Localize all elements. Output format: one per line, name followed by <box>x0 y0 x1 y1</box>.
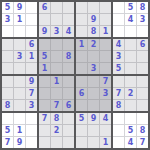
cell-r9c12[interactable] <box>137 100 148 111</box>
box-r4c4: 5847 <box>113 113 148 148</box>
cell-r12c10[interactable] <box>113 137 124 148</box>
cell-r3c7[interactable] <box>76 26 87 37</box>
cell-r5c1[interactable] <box>2 51 13 62</box>
cell-r2c5[interactable] <box>51 14 62 25</box>
cell-r1c12[interactable]: 8 <box>137 2 148 13</box>
cell-r2c1[interactable]: 3 <box>2 14 13 25</box>
box-r1c3: 981 <box>76 2 111 37</box>
cell-r6c7[interactable] <box>76 63 87 74</box>
cell-r1c3[interactable] <box>26 2 37 13</box>
cell-r11c5[interactable]: 2 <box>51 125 62 136</box>
cell-r8c3[interactable]: 7 <box>26 88 37 99</box>
cell-r1c11[interactable]: 5 <box>125 2 136 13</box>
cell-r12c8[interactable] <box>88 137 99 148</box>
cell-r10c9[interactable]: 4 <box>100 113 111 124</box>
cell-r7c9[interactable]: 7 <box>100 76 111 87</box>
cell-r8c6[interactable] <box>63 88 74 99</box>
cell-r9c9[interactable] <box>100 100 111 111</box>
cell-r8c2[interactable] <box>14 88 25 99</box>
cell-r3c6[interactable]: 4 <box>63 26 74 37</box>
cell-r11c9[interactable] <box>100 125 111 136</box>
cell-r10c7[interactable]: 5 <box>76 113 87 124</box>
cell-r4c5[interactable] <box>51 39 62 50</box>
cell-r7c2[interactable] <box>14 76 25 87</box>
cell-r4c12[interactable]: 6 <box>137 39 148 50</box>
box-r2c2: 581 <box>39 39 74 74</box>
cell-r5c8[interactable] <box>88 51 99 62</box>
cell-r10c6[interactable] <box>63 113 74 124</box>
cell-r12c9[interactable]: 1 <box>100 137 111 148</box>
cell-r8c9[interactable]: 3 <box>100 88 111 99</box>
cell-r7c8[interactable] <box>88 76 99 87</box>
cell-r11c3[interactable] <box>26 125 37 136</box>
cell-r11c4[interactable] <box>39 125 50 136</box>
cell-r2c11[interactable]: 4 <box>125 14 136 25</box>
cell-r2c6[interactable] <box>63 14 74 25</box>
cell-r5c10[interactable]: 3 <box>113 51 124 62</box>
cell-r2c12[interactable]: 3 <box>137 14 148 25</box>
cell-r12c12[interactable]: 7 <box>137 137 148 148</box>
cell-r11c7[interactable] <box>76 125 87 136</box>
cell-r1c5[interactable] <box>51 2 62 13</box>
cell-r7c1[interactable] <box>2 76 13 87</box>
cell-r7c5[interactable]: 1 <box>51 76 62 87</box>
cell-r6c12[interactable] <box>137 63 148 74</box>
box-r4c3: 5941 <box>76 113 111 148</box>
cell-r4c1[interactable] <box>2 39 13 50</box>
cell-r10c5[interactable]: 8 <box>51 113 62 124</box>
cell-r11c10[interactable] <box>113 125 124 136</box>
cell-r5c4[interactable]: 5 <box>39 51 50 62</box>
cell-r5c2[interactable]: 3 <box>14 51 25 62</box>
cell-r1c1[interactable]: 5 <box>2 2 13 13</box>
cell-r6c1[interactable] <box>2 63 13 74</box>
cell-r3c5[interactable]: 3 <box>51 26 62 37</box>
cell-r12c6[interactable] <box>63 137 74 148</box>
cell-r8c12[interactable] <box>137 88 148 99</box>
box-r2c3: 123 <box>76 39 111 74</box>
cell-r1c7[interactable] <box>76 2 87 13</box>
cell-r3c2[interactable] <box>14 26 25 37</box>
cell-r9c7[interactable] <box>76 100 87 111</box>
cell-r12c2[interactable]: 9 <box>14 137 25 148</box>
cell-r4c2[interactable] <box>14 39 25 50</box>
butterfly-sudoku-board: 5931693498158436315811234635978317676372… <box>0 0 150 150</box>
cell-r5c3[interactable]: 1 <box>26 51 37 62</box>
cell-r6c5[interactable] <box>51 63 62 74</box>
cell-r4c6[interactable] <box>63 39 74 50</box>
cell-r6c9[interactable] <box>100 63 111 74</box>
cell-r7c7[interactable] <box>76 76 87 87</box>
cell-r7c6[interactable] <box>63 76 74 87</box>
cell-r5c11[interactable] <box>125 51 136 62</box>
cell-r4c4[interactable] <box>39 39 50 50</box>
cell-r8c7[interactable]: 6 <box>76 88 87 99</box>
cell-r9c1[interactable]: 8 <box>2 100 13 111</box>
cell-r6c10[interactable]: 5 <box>113 63 124 74</box>
cell-r2c2[interactable]: 1 <box>14 14 25 25</box>
cell-r3c9[interactable]: 1 <box>100 26 111 37</box>
cell-r10c10[interactable] <box>113 113 124 124</box>
cell-r7c4[interactable] <box>39 76 50 87</box>
box-r4c1: 5179 <box>2 113 37 148</box>
cell-r2c4[interactable] <box>39 14 50 25</box>
cell-r4c3[interactable]: 6 <box>26 39 37 50</box>
cell-r6c8[interactable]: 3 <box>88 63 99 74</box>
cell-r10c8[interactable]: 9 <box>88 113 99 124</box>
box-r1c4: 5843 <box>113 2 148 37</box>
box-r1c1: 5931 <box>2 2 37 37</box>
cell-r8c1[interactable] <box>2 88 13 99</box>
cell-r2c3[interactable] <box>26 14 37 25</box>
cell-r5c9[interactable] <box>100 51 111 62</box>
cell-r10c1[interactable] <box>2 113 13 124</box>
cell-r8c5[interactable] <box>51 88 62 99</box>
cell-r3c4[interactable]: 9 <box>39 26 50 37</box>
cell-r10c2[interactable] <box>14 113 25 124</box>
cell-r7c12[interactable] <box>137 76 148 87</box>
cell-r3c1[interactable] <box>2 26 13 37</box>
cell-r5c5[interactable] <box>51 51 62 62</box>
cell-r11c2[interactable]: 1 <box>14 125 25 136</box>
box-r3c3: 763 <box>76 76 111 111</box>
cell-r8c10[interactable]: 7 <box>113 88 124 99</box>
cell-r6c3[interactable] <box>26 63 37 74</box>
cell-r9c2[interactable] <box>14 100 25 111</box>
cell-r6c2[interactable] <box>14 63 25 74</box>
cell-r4c8[interactable]: 2 <box>88 39 99 50</box>
cell-r5c6[interactable]: 8 <box>63 51 74 62</box>
cell-r9c10[interactable]: 8 <box>113 100 124 111</box>
cell-r11c6[interactable] <box>63 125 74 136</box>
cell-r9c5[interactable]: 7 <box>51 100 62 111</box>
cell-r4c11[interactable] <box>125 39 136 50</box>
cell-r7c3[interactable]: 9 <box>26 76 37 87</box>
cell-r4c10[interactable]: 4 <box>113 39 124 50</box>
cell-r8c4[interactable] <box>39 88 50 99</box>
cell-r7c10[interactable] <box>113 76 124 87</box>
cell-r12c3[interactable] <box>26 137 37 148</box>
cell-r2c7[interactable] <box>76 14 87 25</box>
cell-r8c8[interactable] <box>88 88 99 99</box>
cell-r1c6[interactable] <box>63 2 74 13</box>
cell-r3c12[interactable] <box>137 26 148 37</box>
box-r2c1: 631 <box>2 39 37 74</box>
cell-r3c10[interactable] <box>113 26 124 37</box>
cell-r10c12[interactable] <box>137 113 148 124</box>
cell-r5c12[interactable] <box>137 51 148 62</box>
cell-r12c1[interactable]: 7 <box>2 137 13 148</box>
cell-r1c10[interactable] <box>113 2 124 13</box>
cell-r12c5[interactable] <box>51 137 62 148</box>
cell-r11c11[interactable]: 5 <box>125 125 136 136</box>
cell-r8c11[interactable]: 2 <box>125 88 136 99</box>
cell-r9c8[interactable] <box>88 100 99 111</box>
cell-r3c11[interactable] <box>125 26 136 37</box>
cell-r4c7[interactable]: 1 <box>76 39 87 50</box>
cell-r6c6[interactable] <box>63 63 74 74</box>
box-r3c4: 728 <box>113 76 148 111</box>
cell-r11c12[interactable]: 8 <box>137 125 148 136</box>
cell-r1c4[interactable]: 6 <box>39 2 50 13</box>
cell-r2c10[interactable] <box>113 14 124 25</box>
cell-r10c11[interactable] <box>125 113 136 124</box>
cell-r4c9[interactable] <box>100 39 111 50</box>
cell-r2c9[interactable] <box>100 14 111 25</box>
cell-r5c7[interactable] <box>76 51 87 62</box>
cell-r2c8[interactable]: 9 <box>88 14 99 25</box>
cell-r1c8[interactable] <box>88 2 99 13</box>
box-r3c1: 9783 <box>2 76 37 111</box>
cell-r6c4[interactable]: 1 <box>39 63 50 74</box>
cell-r9c6[interactable]: 6 <box>63 100 74 111</box>
cell-r1c2[interactable]: 9 <box>14 2 25 13</box>
cell-r10c4[interactable]: 7 <box>39 113 50 124</box>
cell-r3c3[interactable] <box>26 26 37 37</box>
box-r4c2: 782 <box>39 113 74 148</box>
cell-r3c8[interactable]: 8 <box>88 26 99 37</box>
cell-r12c7[interactable] <box>76 137 87 148</box>
cell-r7c11[interactable] <box>125 76 136 87</box>
cell-r6c11[interactable] <box>125 63 136 74</box>
cell-r1c9[interactable] <box>100 2 111 13</box>
cell-r9c11[interactable] <box>125 100 136 111</box>
cell-r9c3[interactable]: 3 <box>26 100 37 111</box>
box-r2c4: 4635 <box>113 39 148 74</box>
box-r3c2: 176 <box>39 76 74 111</box>
cell-r11c8[interactable] <box>88 125 99 136</box>
box-r1c2: 6934 <box>39 2 74 37</box>
cell-r12c11[interactable]: 4 <box>125 137 136 148</box>
cell-r12c4[interactable] <box>39 137 50 148</box>
cell-r9c4[interactable] <box>39 100 50 111</box>
cell-r10c3[interactable] <box>26 113 37 124</box>
cell-r11c1[interactable]: 5 <box>2 125 13 136</box>
